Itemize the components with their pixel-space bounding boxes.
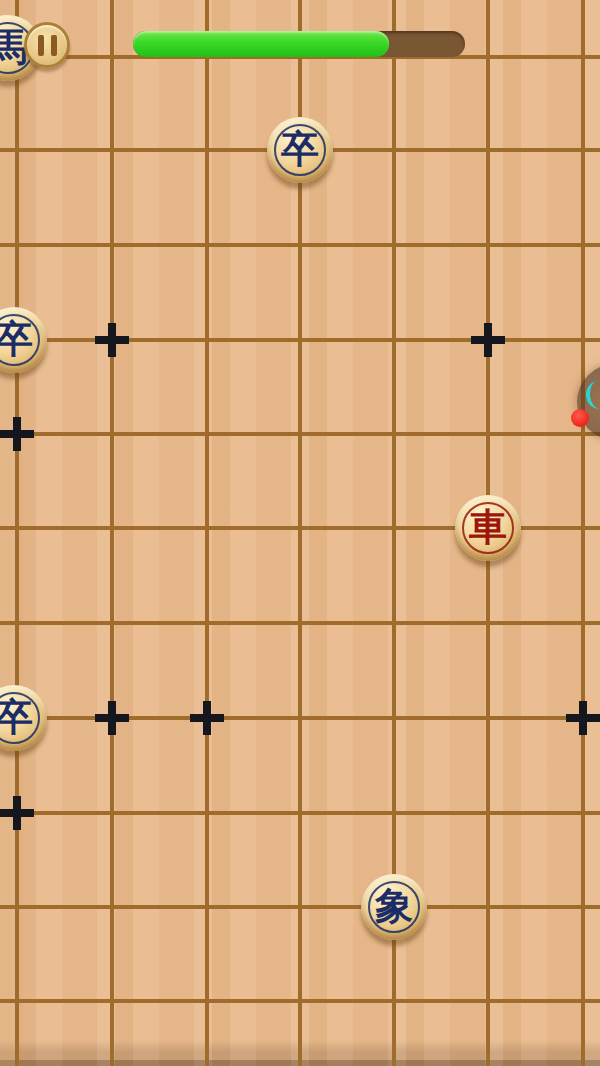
grid-line-horizontal bbox=[0, 243, 600, 247]
point-marker-bracket bbox=[95, 340, 112, 357]
point-marker-bracket bbox=[583, 718, 600, 735]
point-marker-bracket bbox=[112, 340, 129, 357]
point-marker-bracket bbox=[583, 701, 600, 718]
point-marker-bracket bbox=[95, 701, 112, 718]
grid-line-horizontal bbox=[0, 811, 600, 815]
point-marker-bracket bbox=[112, 323, 129, 340]
point-marker-bracket bbox=[471, 340, 488, 357]
point-marker-bracket bbox=[488, 340, 505, 357]
pause-icon bbox=[38, 35, 44, 56]
grid-line-horizontal bbox=[0, 905, 600, 909]
point-marker-bracket bbox=[112, 718, 129, 735]
point-marker-bracket bbox=[566, 701, 583, 718]
level-progress-bar bbox=[133, 31, 465, 57]
point-marker-bracket bbox=[488, 323, 505, 340]
point-marker-bracket bbox=[207, 701, 224, 718]
progress-fill bbox=[133, 31, 389, 57]
point-marker-bracket bbox=[17, 796, 34, 813]
point-marker-bracket bbox=[95, 323, 112, 340]
point-marker-bracket bbox=[112, 701, 129, 718]
point-marker bbox=[471, 323, 505, 357]
piece-glyph: 馬 bbox=[0, 28, 27, 66]
point-marker-bracket bbox=[0, 434, 17, 451]
piece-glyph: 卒 bbox=[281, 130, 319, 168]
point-marker-bracket bbox=[0, 813, 17, 830]
point-marker-bracket bbox=[95, 718, 112, 735]
point-marker-bracket bbox=[17, 434, 34, 451]
point-marker-bracket bbox=[190, 701, 207, 718]
point-marker bbox=[95, 323, 129, 357]
piece-black-elephant[interactable]: 象 bbox=[361, 874, 427, 940]
point-marker bbox=[0, 417, 34, 451]
grid-line-horizontal bbox=[0, 621, 600, 625]
point-marker-bracket bbox=[566, 718, 583, 735]
point-marker bbox=[566, 701, 600, 735]
piece-glyph: 象 bbox=[375, 887, 413, 925]
grid-line-horizontal bbox=[0, 432, 600, 436]
piece-black-soldier-2[interactable]: 卒 bbox=[0, 307, 47, 373]
point-marker-bracket bbox=[471, 323, 488, 340]
piece-glyph: 車 bbox=[469, 508, 507, 546]
point-marker-bracket bbox=[207, 718, 224, 735]
point-marker-bracket bbox=[17, 813, 34, 830]
piece-red-chariot[interactable]: 車 bbox=[455, 495, 521, 561]
point-marker-bracket bbox=[190, 718, 207, 735]
piece-black-soldier-1[interactable]: 卒 bbox=[267, 117, 333, 183]
grid-line-horizontal bbox=[0, 999, 600, 1003]
piece-glyph: 卒 bbox=[0, 320, 33, 358]
piece-black-soldier-3[interactable]: 卒 bbox=[0, 685, 47, 751]
point-marker-bracket bbox=[0, 796, 17, 813]
grid-line-horizontal bbox=[0, 338, 600, 342]
point-marker bbox=[95, 701, 129, 735]
point-marker-bracket bbox=[0, 417, 17, 434]
cyan-arc-icon bbox=[585, 380, 600, 411]
grid-line-horizontal bbox=[0, 716, 600, 720]
point-marker-bracket bbox=[17, 417, 34, 434]
game-screen: 馬卒卒車卒象 bbox=[0, 0, 600, 1066]
notification-badge bbox=[571, 409, 589, 427]
pause-icon bbox=[51, 35, 57, 56]
pause-button[interactable] bbox=[24, 22, 70, 68]
point-marker bbox=[190, 701, 224, 735]
point-marker bbox=[0, 796, 34, 830]
piece-glyph: 卒 bbox=[0, 698, 33, 736]
